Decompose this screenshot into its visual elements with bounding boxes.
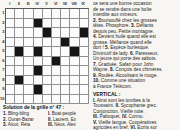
cell-III-3[interactable] [24, 28, 33, 38]
cell-VI-10[interactable] [52, 95, 61, 105]
cell-VII-10[interactable] [61, 95, 70, 105]
cell-I-5[interactable] [6, 47, 15, 57]
col-label-IX: IX [79, 0, 88, 8]
cell-IX-5[interactable] [80, 47, 89, 57]
cell-III-8[interactable] [24, 76, 33, 86]
cell-VIII-5 [70, 47, 79, 57]
cell-VII-9[interactable] [61, 85, 70, 95]
cell-IX-9[interactable] [80, 85, 89, 95]
row-label-7: 7 [0, 65, 5, 75]
clues-column: ce sera une bonne occasionde se rendre d… [93, 1, 179, 130]
cell-IV-9 [34, 85, 43, 95]
cell-VIII-3[interactable] [70, 28, 79, 38]
cell-V-5[interactable] [43, 47, 52, 57]
row-label-2: 2 [0, 18, 5, 28]
cell-I-7[interactable] [6, 66, 15, 76]
cell-VII-1[interactable] [61, 9, 70, 19]
col-label-VI: VI [51, 0, 60, 8]
cell-V-7[interactable] [43, 66, 52, 76]
newspaper-crossword-page: IIIIIIIVVVIVIIVIIIIX 12345678910 ce sera… [0, 0, 180, 130]
solution-left-column: 1. Bling-bling2. Ouran-Bazar3. Aïout. Ré… [3, 111, 48, 128]
cell-I-3[interactable] [6, 28, 15, 38]
cell-VII-3[interactable] [61, 28, 70, 38]
cell-VII-6[interactable] [61, 57, 70, 67]
cell-VIII-7[interactable] [70, 66, 79, 76]
vertical-clues-header: VERTICAL : [93, 92, 179, 98]
cell-VI-9[interactable] [52, 85, 61, 95]
solution-right-column: I. Boat-peopleII. Laurent. ExIII. Néos. … [48, 111, 90, 128]
row-label-5: 5 [0, 46, 5, 56]
cell-VIII-6[interactable] [70, 57, 79, 67]
cell-IV-6[interactable] [34, 57, 43, 67]
grid-column-labels: IIIIIIIVVVIVIIVIIIIX [5, 0, 88, 8]
cell-II-6[interactable] [15, 57, 24, 67]
cell-III-5[interactable] [24, 47, 33, 57]
row-label-10: 10 [0, 94, 5, 104]
cell-IX-8[interactable] [80, 76, 89, 86]
cell-VIII-4[interactable] [70, 38, 79, 48]
cell-I-9[interactable] [6, 85, 15, 95]
cell-VI-1[interactable] [52, 9, 61, 19]
cell-III-4[interactable] [24, 38, 33, 48]
cell-II-9[interactable] [15, 85, 24, 95]
cell-V-1[interactable] [43, 9, 52, 19]
row-label-3: 3 [0, 27, 5, 37]
cell-II-4[interactable] [15, 38, 24, 48]
cell-V-4[interactable] [43, 38, 52, 48]
grid-row-labels: 12345678910 [0, 8, 5, 103]
cell-III-2[interactable] [24, 19, 33, 29]
cell-IX-1[interactable] [80, 9, 89, 19]
cell-IX-10[interactable] [80, 95, 89, 105]
text-line: III. Néos. Alex [48, 122, 90, 128]
row-label-1: 1 [0, 8, 5, 18]
cell-I-2[interactable] [6, 19, 15, 29]
text-line: agricoles en bref. VI. Écrits sur [93, 125, 179, 130]
cell-II-8 [15, 76, 24, 86]
cell-VIII-9[interactable] [70, 85, 79, 95]
col-label-I: I [5, 0, 14, 8]
cell-I-4[interactable] [6, 38, 15, 48]
cell-I-1[interactable] [6, 9, 15, 19]
cell-I-8[interactable] [6, 76, 15, 86]
solution-block: Solution de la grille n° 47 : 1. Bling-b… [3, 105, 90, 128]
cell-IV-8[interactable] [34, 76, 43, 86]
cell-IV-4[interactable] [34, 38, 43, 48]
cell-II-2[interactable] [15, 19, 24, 29]
cell-VII-8[interactable] [61, 76, 70, 86]
cell-VI-7[interactable] [52, 66, 61, 76]
cell-VII-4 [61, 38, 70, 48]
cell-IX-2[interactable] [80, 19, 89, 29]
cell-V-8[interactable] [43, 76, 52, 86]
cell-II-5 [15, 47, 24, 57]
cell-VII-2[interactable] [61, 19, 70, 29]
horizontal-clues: ce sera une bonne occasionde se rendre d… [93, 1, 179, 89]
col-label-VIII: VIII [69, 0, 78, 8]
cell-III-10[interactable] [24, 95, 33, 105]
text-line: 3. Aïout. Réia [3, 122, 48, 128]
cell-VI-3[interactable] [52, 28, 61, 38]
cell-III-6[interactable] [24, 57, 33, 67]
cell-IV-10[interactable] [34, 95, 43, 105]
cell-II-7[interactable] [15, 66, 24, 76]
cell-V-9[interactable] [43, 85, 52, 95]
crossword-grid [5, 8, 89, 104]
cell-VI-6 [52, 57, 61, 67]
cell-II-3[interactable] [15, 28, 24, 38]
cell-VI-2[interactable] [52, 19, 61, 29]
cell-VI-4[interactable] [52, 38, 61, 48]
cell-IV-5 [34, 47, 43, 57]
col-label-IV: IV [33, 0, 42, 8]
col-label-II: II [14, 0, 23, 8]
cell-III-1[interactable] [24, 9, 33, 19]
col-label-III: III [23, 0, 32, 8]
cell-V-6[interactable] [43, 57, 52, 67]
cell-VII-5[interactable] [61, 47, 70, 57]
cell-IV-2 [34, 19, 43, 29]
cell-VI-8[interactable] [52, 76, 61, 86]
cell-IV-7 [34, 66, 43, 76]
cell-VIII-1[interactable] [70, 9, 79, 19]
col-label-VII: VII [60, 0, 69, 8]
cell-IV-1[interactable] [34, 9, 43, 19]
row-label-4: 4 [0, 37, 5, 47]
cell-IX-4[interactable] [80, 38, 89, 48]
cell-V-3 [43, 28, 52, 38]
cell-VIII-8[interactable] [70, 76, 79, 86]
cell-VII-7[interactable] [61, 66, 70, 76]
cell-II-1[interactable] [15, 9, 24, 19]
cell-III-9[interactable] [24, 85, 33, 95]
cell-I-10[interactable] [6, 95, 15, 105]
cell-V-2[interactable] [43, 19, 52, 29]
cell-IX-7[interactable] [80, 66, 89, 76]
cell-IX-6[interactable] [80, 57, 89, 67]
cell-VIII-2[interactable] [70, 19, 79, 29]
cell-II-10[interactable] [15, 95, 24, 105]
text-line: à France Télécom. [93, 84, 179, 90]
cell-VI-5[interactable] [52, 47, 61, 57]
cell-VIII-10[interactable] [70, 95, 79, 105]
cell-I-6[interactable] [6, 57, 15, 67]
row-label-8: 8 [0, 75, 5, 85]
cell-IX-3 [80, 28, 89, 38]
cell-IV-3[interactable] [34, 28, 43, 38]
cell-V-10[interactable] [43, 95, 52, 105]
row-label-9: 9 [0, 84, 5, 94]
row-label-6: 6 [0, 56, 5, 66]
col-label-V: V [42, 0, 51, 8]
cell-III-7[interactable] [24, 66, 33, 76]
vertical-clues: I. Ainsi sont les tombes à laToussaint. … [93, 98, 179, 131]
